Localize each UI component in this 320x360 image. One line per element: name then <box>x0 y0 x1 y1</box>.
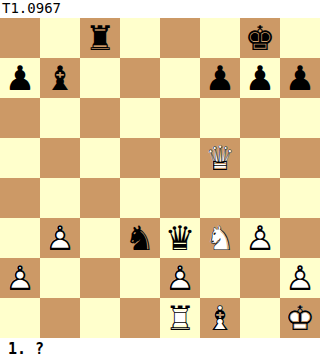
square-b1[interactable] <box>40 298 80 338</box>
black-pawn-piece[interactable]: ♟ <box>280 58 320 98</box>
square-h1[interactable]: ♚♔ <box>280 298 320 338</box>
black-pawn-piece[interactable]: ♟ <box>240 58 280 98</box>
square-d7[interactable] <box>120 58 160 98</box>
square-b8[interactable] <box>40 18 80 58</box>
square-b3[interactable]: ♟♙ <box>40 218 80 258</box>
black-queen-piece[interactable]: ♛ <box>160 218 200 258</box>
square-f4[interactable] <box>200 178 240 218</box>
square-f8[interactable] <box>200 18 240 58</box>
square-c8[interactable]: ♜ <box>80 18 120 58</box>
square-c4[interactable] <box>80 178 120 218</box>
square-g2[interactable] <box>240 258 280 298</box>
white-bishop-piece[interactable]: ♝♗ <box>200 298 240 338</box>
square-e2[interactable]: ♟♙ <box>160 258 200 298</box>
white-pawn-outline: ♙ <box>240 218 280 258</box>
square-a3[interactable] <box>0 218 40 258</box>
square-e4[interactable] <box>160 178 200 218</box>
black-knight-piece[interactable]: ♞ <box>120 218 160 258</box>
square-f3[interactable]: ♞♘ <box>200 218 240 258</box>
square-f5[interactable]: ♛♕ <box>200 138 240 178</box>
square-c1[interactable] <box>80 298 120 338</box>
square-g8[interactable]: ♚ <box>240 18 280 58</box>
white-pawn-outline: ♙ <box>160 258 200 298</box>
square-c2[interactable] <box>80 258 120 298</box>
square-g3[interactable]: ♟♙ <box>240 218 280 258</box>
square-e8[interactable] <box>160 18 200 58</box>
black-queen-glyph: ♛ <box>160 218 200 258</box>
white-pawn-outline: ♙ <box>40 218 80 258</box>
square-d1[interactable] <box>120 298 160 338</box>
square-c3[interactable] <box>80 218 120 258</box>
black-rook-piece[interactable]: ♜ <box>80 18 120 58</box>
white-queen-outline: ♕ <box>200 138 240 178</box>
white-bishop-outline: ♗ <box>200 298 240 338</box>
black-bishop-piece[interactable]: ♝ <box>40 58 80 98</box>
chess-board: ♜♚♟♝♟♟♟♛♕♟♙♞♛♞♘♟♙♟♙♟♙♟♙♜♖♝♗♚♔ <box>0 18 320 338</box>
white-rook-outline: ♖ <box>160 298 200 338</box>
puzzle-window: T1.0967 ♜♚♟♝♟♟♟♛♕♟♙♞♛♞♘♟♙♟♙♟♙♟♙♜♖♝♗♚♔ 1.… <box>0 0 320 360</box>
black-king-glyph: ♚ <box>240 18 280 58</box>
square-a4[interactable] <box>0 178 40 218</box>
square-a8[interactable] <box>0 18 40 58</box>
black-pawn-piece[interactable]: ♟ <box>0 58 40 98</box>
square-g1[interactable] <box>240 298 280 338</box>
black-pawn-piece[interactable]: ♟ <box>200 58 240 98</box>
white-pawn-piece[interactable]: ♟♙ <box>0 258 40 298</box>
square-a6[interactable] <box>0 98 40 138</box>
square-h3[interactable] <box>280 218 320 258</box>
square-a5[interactable] <box>0 138 40 178</box>
square-f1[interactable]: ♝♗ <box>200 298 240 338</box>
square-c6[interactable] <box>80 98 120 138</box>
square-e6[interactable] <box>160 98 200 138</box>
square-g4[interactable] <box>240 178 280 218</box>
black-pawn-glyph: ♟ <box>280 58 320 98</box>
square-c5[interactable] <box>80 138 120 178</box>
white-pawn-piece[interactable]: ♟♙ <box>280 258 320 298</box>
white-pawn-outline: ♙ <box>0 258 40 298</box>
white-knight-piece[interactable]: ♞♘ <box>200 218 240 258</box>
black-king-piece[interactable]: ♚ <box>240 18 280 58</box>
square-e7[interactable] <box>160 58 200 98</box>
square-f2[interactable] <box>200 258 240 298</box>
square-b6[interactable] <box>40 98 80 138</box>
square-h6[interactable] <box>280 98 320 138</box>
square-a7[interactable]: ♟ <box>0 58 40 98</box>
square-d2[interactable] <box>120 258 160 298</box>
square-g5[interactable] <box>240 138 280 178</box>
square-d4[interactable] <box>120 178 160 218</box>
black-pawn-glyph: ♟ <box>0 58 40 98</box>
white-pawn-piece[interactable]: ♟♙ <box>40 218 80 258</box>
square-e5[interactable] <box>160 138 200 178</box>
square-d3[interactable]: ♞ <box>120 218 160 258</box>
white-pawn-piece[interactable]: ♟♙ <box>240 218 280 258</box>
black-bishop-glyph: ♝ <box>40 58 80 98</box>
square-b5[interactable] <box>40 138 80 178</box>
move-prompt: 1. ? <box>0 338 320 360</box>
square-h5[interactable] <box>280 138 320 178</box>
square-g7[interactable]: ♟ <box>240 58 280 98</box>
square-d6[interactable] <box>120 98 160 138</box>
black-pawn-glyph: ♟ <box>200 58 240 98</box>
square-e1[interactable]: ♜♖ <box>160 298 200 338</box>
square-a1[interactable] <box>0 298 40 338</box>
square-d5[interactable] <box>120 138 160 178</box>
square-h4[interactable] <box>280 178 320 218</box>
white-queen-piece[interactable]: ♛♕ <box>200 138 240 178</box>
white-king-outline: ♔ <box>280 298 320 338</box>
white-knight-outline: ♘ <box>200 218 240 258</box>
white-pawn-outline: ♙ <box>280 258 320 298</box>
square-h2[interactable]: ♟♙ <box>280 258 320 298</box>
square-a2[interactable]: ♟♙ <box>0 258 40 298</box>
square-d8[interactable] <box>120 18 160 58</box>
black-rook-glyph: ♜ <box>80 18 120 58</box>
square-f6[interactable] <box>200 98 240 138</box>
square-f7[interactable]: ♟ <box>200 58 240 98</box>
square-b2[interactable] <box>40 258 80 298</box>
white-pawn-piece[interactable]: ♟♙ <box>160 258 200 298</box>
white-rook-piece[interactable]: ♜♖ <box>160 298 200 338</box>
square-b7[interactable]: ♝ <box>40 58 80 98</box>
square-e3[interactable]: ♛ <box>160 218 200 258</box>
square-b4[interactable] <box>40 178 80 218</box>
square-g6[interactable] <box>240 98 280 138</box>
puzzle-title: T1.0967 <box>0 0 320 18</box>
black-pawn-glyph: ♟ <box>240 58 280 98</box>
black-knight-glyph: ♞ <box>120 218 160 258</box>
square-h8[interactable] <box>280 18 320 58</box>
white-king-piece[interactable]: ♚♔ <box>280 298 320 338</box>
square-c7[interactable] <box>80 58 120 98</box>
square-h7[interactable]: ♟ <box>280 58 320 98</box>
